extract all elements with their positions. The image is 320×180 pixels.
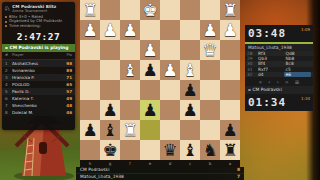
- white-piece[interactable]: ♟: [220, 20, 240, 40]
- white-piece[interactable]: ♛: [200, 40, 220, 60]
- file-label: g: [100, 160, 120, 167]
- square[interactable]: ♛: [200, 40, 220, 60]
- white-piece[interactable]: ♟: [140, 40, 160, 60]
- square[interactable]: [100, 40, 120, 60]
- white-piece[interactable]: ♝: [120, 60, 140, 80]
- square[interactable]: ♜: [80, 0, 100, 20]
- live-dot-icon: [5, 47, 8, 50]
- square[interactable]: [80, 100, 100, 120]
- square[interactable]: [80, 40, 100, 60]
- square[interactable]: ♟: [220, 120, 240, 140]
- standings-row: 4POGLOD65: [2, 81, 75, 88]
- square[interactable]: [80, 60, 100, 80]
- square[interactable]: [120, 140, 140, 160]
- bullet-icon: [5, 25, 7, 27]
- black-piece[interactable]: ♝: [100, 120, 120, 140]
- square[interactable]: ♟: [80, 20, 100, 40]
- square[interactable]: ♛: [160, 140, 180, 160]
- now-playing-banner: CM Podravski is playing: [2, 44, 75, 52]
- tournament-countdown: 2:47:27: [2, 29, 75, 44]
- square[interactable]: [160, 100, 180, 120]
- square[interactable]: [220, 40, 240, 60]
- square[interactable]: ♚: [100, 140, 120, 160]
- file-label: b: [200, 160, 220, 167]
- square[interactable]: ♟: [220, 20, 240, 40]
- file-label: c: [180, 160, 200, 167]
- square[interactable]: ♝: [180, 140, 200, 160]
- square[interactable]: [160, 80, 180, 100]
- square[interactable]: [140, 80, 160, 100]
- white-clock-note: 1:09: [301, 27, 310, 32]
- square[interactable]: ♟: [180, 100, 200, 120]
- white-clock: 03:48 1:09: [245, 25, 313, 42]
- square[interactable]: [140, 20, 160, 40]
- black-piece[interactable]: ♟: [180, 80, 200, 100]
- square[interactable]: [220, 100, 240, 120]
- square[interactable]: [200, 60, 220, 80]
- white-piece[interactable]: ♟: [200, 20, 220, 40]
- player-dot-icon: [248, 89, 251, 92]
- square[interactable]: [200, 80, 220, 100]
- square[interactable]: [140, 140, 160, 160]
- tournament-panel: ♘ CM Podravski Blitz Arena Tournament Bl…: [2, 2, 75, 130]
- black-piece[interactable]: ♝: [180, 140, 200, 160]
- square[interactable]: [200, 0, 220, 20]
- menu-icon[interactable]: ≡: [295, 77, 300, 86]
- square[interactable]: ♟: [140, 100, 160, 120]
- white-piece[interactable]: ♜: [120, 120, 140, 140]
- square[interactable]: [180, 0, 200, 20]
- square[interactable]: [180, 40, 200, 60]
- chess-board[interactable]: ♜♚♜♟♟♟♟♟♟♛♝♟♟♝♟♟♟♟♟♝♜♟♚♛♝♞♜: [80, 0, 240, 160]
- last-move-button[interactable]: »: [285, 77, 289, 86]
- square[interactable]: [200, 120, 220, 140]
- square[interactable]: [80, 140, 100, 160]
- score-strip-row: CM Podravski8: [76, 167, 244, 174]
- first-move-button[interactable]: «: [258, 77, 262, 86]
- standings-row: 7Shevchenko48: [2, 102, 75, 109]
- standings-row: 3Hranicka P.71: [2, 74, 75, 81]
- square[interactable]: ♜: [120, 120, 140, 140]
- square[interactable]: ♟: [140, 60, 160, 80]
- players-score-strip: CM Podravski8Matous_Lhota_19387: [76, 167, 244, 180]
- square[interactable]: [100, 0, 120, 20]
- black-piece[interactable]: ♟: [180, 100, 200, 120]
- square[interactable]: ♟: [120, 20, 140, 40]
- square[interactable]: [80, 80, 100, 100]
- square[interactable]: [160, 120, 180, 140]
- opponent-name: Matous_Lhota_1938: [245, 44, 313, 51]
- square[interactable]: ♟: [80, 120, 100, 140]
- standings-list: 1AkshatChess982Svinarenko893Hranicka P.7…: [2, 60, 75, 116]
- file-label: e: [140, 160, 160, 167]
- square[interactable]: ♚: [140, 0, 160, 20]
- square[interactable]: [120, 80, 140, 100]
- standings-header: # Player Pts: [2, 52, 75, 60]
- square[interactable]: [180, 120, 200, 140]
- square[interactable]: [200, 100, 220, 120]
- white-piece[interactable]: ♟: [80, 20, 100, 40]
- square[interactable]: [160, 40, 180, 60]
- square[interactable]: ♟: [180, 80, 200, 100]
- file-label: h: [80, 160, 100, 167]
- square[interactable]: [100, 60, 120, 80]
- next-move-button[interactable]: ›: [276, 77, 278, 86]
- square[interactable]: [220, 80, 240, 100]
- white-piece[interactable]: ♜: [220, 0, 240, 20]
- white-piece[interactable]: ♜: [80, 0, 100, 20]
- square[interactable]: ♟: [100, 100, 120, 120]
- move-navigation[interactable]: «‹›»≡: [245, 77, 313, 86]
- file-label: f: [120, 160, 140, 167]
- black-clock-note: 1:34: [301, 96, 310, 101]
- file-coordinates: hgfedcba: [80, 160, 240, 167]
- black-piece[interactable]: ♞: [200, 140, 220, 160]
- black-piece[interactable]: ♟: [140, 60, 160, 80]
- square[interactable]: ♟: [200, 20, 220, 40]
- bullet-icon: [5, 21, 7, 23]
- square[interactable]: [100, 80, 120, 100]
- square[interactable]: ♜: [220, 0, 240, 20]
- white-piece[interactable]: ♚: [140, 0, 160, 20]
- square[interactable]: ♝: [100, 120, 120, 140]
- tournament-subtitle: Arena Tournament: [12, 9, 56, 14]
- stream-overlay-screen: ♘ CM Podravski Blitz Arena Tournament Bl…: [0, 0, 320, 180]
- white-piece[interactable]: ♟: [100, 20, 120, 40]
- black-piece[interactable]: ♟: [140, 100, 160, 120]
- bullet-icon: [5, 16, 7, 18]
- square[interactable]: ♝: [180, 60, 200, 80]
- club-logo-icon: ♘: [4, 5, 10, 13]
- prev-move-button[interactable]: ‹: [268, 77, 270, 86]
- standings-row: 2Svinarenko89: [2, 67, 75, 74]
- square[interactable]: [160, 0, 180, 20]
- square[interactable]: [220, 60, 240, 80]
- streamer-name-bar: CM Podravski: [245, 86, 313, 94]
- white-piece[interactable]: ♟: [120, 20, 140, 40]
- square[interactable]: ♟: [160, 60, 180, 80]
- file-label: d: [160, 160, 180, 167]
- standings-row: 6Katerina T.49: [2, 95, 75, 102]
- square[interactable]: [140, 120, 160, 140]
- move-row[interactable]: 32d4e6: [245, 72, 313, 77]
- tournament-header: ♘ CM Podravski Blitz Arena Tournament: [2, 2, 75, 15]
- square[interactable]: [120, 0, 140, 20]
- square[interactable]: ♟: [140, 40, 160, 60]
- square[interactable]: [180, 20, 200, 40]
- square[interactable]: ♟: [100, 20, 120, 40]
- game-panel: 03:48 1:09 Matous_Lhota_1938 28Rf3Qd829Q…: [245, 25, 313, 111]
- black-piece[interactable]: ♚: [100, 140, 120, 160]
- black-piece[interactable]: ♜: [220, 140, 240, 160]
- black-clock: 01:34 1:34: [245, 94, 313, 111]
- square[interactable]: ♜: [220, 140, 240, 160]
- standings-row: 1AkshatChess98: [2, 60, 75, 67]
- black-piece[interactable]: ♟: [220, 120, 240, 140]
- square[interactable]: ♞: [200, 140, 220, 160]
- score-strip-row: Matous_Lhota_19387: [76, 174, 244, 180]
- move-list[interactable]: 28Rf3Qd829Qb3Nb830Bf4Bc831Rxf7c532d4e6: [245, 51, 313, 77]
- white-piece[interactable]: ♟: [160, 60, 180, 80]
- square[interactable]: [160, 20, 180, 40]
- square[interactable]: [120, 40, 140, 60]
- square[interactable]: ♝: [120, 60, 140, 80]
- black-piece[interactable]: ♟: [80, 120, 100, 140]
- file-label: a: [220, 160, 240, 167]
- white-piece[interactable]: ♝: [180, 60, 200, 80]
- black-piece[interactable]: ♟: [100, 100, 120, 120]
- standings-row: 5Pavlik D.57: [2, 88, 75, 95]
- black-piece[interactable]: ♛: [160, 140, 180, 160]
- standings-row: 8Dolezal M.46: [2, 109, 75, 116]
- square[interactable]: [120, 100, 140, 120]
